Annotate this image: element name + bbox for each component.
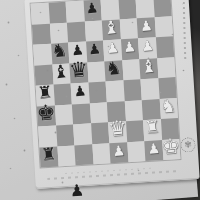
- square-r4c3[interactable]: [88, 81, 107, 103]
- square-r0c7[interactable]: [153, 0, 172, 17]
- black-king[interactable]: ♚: [36, 102, 57, 125]
- black-queen[interactable]: ♛: [68, 59, 89, 82]
- square-r6c6[interactable]: ♜: [143, 119, 162, 141]
- square-r0c6[interactable]: [135, 0, 154, 18]
- square-r6c1[interactable]: [56, 124, 75, 146]
- dust-speckles: [0, 0, 1, 1]
- square-r3c3[interactable]: [87, 61, 106, 83]
- square-r5c0[interactable]: ♚: [37, 105, 56, 127]
- white-pawn[interactable]: ♟: [147, 141, 161, 156]
- square-r2c3[interactable]: ♟: [86, 40, 105, 62]
- board-grid: ♟♝♟♞♟♟♟♟♟♝♛♞♝♜♟♚♞♛♜♜♟♟♚: [31, 0, 181, 168]
- white-bishop[interactable]: ♝: [102, 18, 120, 37]
- square-r1c4[interactable]: ♝: [102, 19, 121, 41]
- white-pawn[interactable]: ♟: [105, 41, 119, 56]
- square-r7c2[interactable]: [74, 144, 93, 166]
- square-r5c2[interactable]: [72, 103, 91, 125]
- square-r3c5[interactable]: [122, 59, 141, 81]
- white-pawn[interactable]: ♟: [140, 39, 154, 54]
- square-r3c1[interactable]: ♝: [52, 63, 71, 85]
- square-r3c2[interactable]: ♛: [69, 62, 88, 84]
- square-r0c0[interactable]: [31, 3, 50, 25]
- white-bishop[interactable]: ♝: [140, 56, 158, 75]
- square-r7c7[interactable]: ♚: [162, 138, 181, 160]
- black-rook[interactable]: ♜: [40, 145, 57, 163]
- black-bishop[interactable]: ♝: [52, 62, 70, 81]
- square-r4c2[interactable]: ♟: [71, 82, 90, 104]
- square-r5c5[interactable]: [124, 100, 143, 122]
- square-r2c5[interactable]: ♟: [120, 38, 139, 60]
- black-pawn[interactable]: ♟: [88, 42, 102, 57]
- square-r4c1[interactable]: [53, 84, 72, 106]
- black-pawn[interactable]: ♟: [85, 1, 99, 16]
- square-r7c1[interactable]: [57, 145, 76, 167]
- square-r1c3[interactable]: [84, 20, 103, 42]
- square-r7c0[interactable]: ♜: [39, 146, 58, 168]
- black-pawn[interactable]: ♟: [73, 84, 87, 99]
- white-pawn[interactable]: ♟: [112, 143, 126, 158]
- square-r0c3[interactable]: ♟: [83, 0, 102, 21]
- square-r2c0[interactable]: [33, 44, 52, 66]
- photo-layer: ♟♝♟♞♟♟♟♟♟♝♛♞♝♜♟♚♞♛♜♜♟♟♚ ✾ ♟: [0, 0, 200, 200]
- square-r0c1[interactable]: [48, 2, 67, 24]
- black-pawn[interactable]: ♟: [70, 43, 84, 58]
- square-r1c5[interactable]: [119, 18, 138, 40]
- square-r3c4[interactable]: ♞: [104, 60, 123, 82]
- white-pawn[interactable]: ♟: [123, 40, 137, 55]
- square-r7c4[interactable]: ♟: [109, 142, 128, 164]
- square-r6c3[interactable]: [91, 122, 110, 144]
- margin-print-marks-right: [183, 0, 187, 59]
- square-r6c4[interactable]: ♛: [108, 121, 127, 143]
- square-r1c2[interactable]: [67, 21, 86, 43]
- black-knight[interactable]: ♞: [105, 59, 123, 78]
- chess-board: ♟♝♟♞♟♟♟♟♟♝♛♞♝♜♟♚♞♛♜♜♟♟♚ ✾: [24, 0, 199, 189]
- square-r6c5[interactable]: [125, 120, 144, 142]
- square-r1c6[interactable]: ♟: [137, 17, 156, 39]
- white-queen[interactable]: ♛: [107, 118, 128, 141]
- white-knight[interactable]: ♞: [160, 96, 178, 115]
- white-rook[interactable]: ♜: [144, 118, 161, 136]
- square-r5c1[interactable]: [54, 104, 73, 126]
- square-r4c6[interactable]: [140, 78, 159, 100]
- margin-print-marks-bottom: [47, 170, 179, 180]
- square-r4c4[interactable]: [106, 80, 125, 102]
- square-r6c2[interactable]: [73, 123, 92, 145]
- square-r5c7[interactable]: ♞: [159, 98, 178, 120]
- square-r0c5[interactable]: [118, 0, 137, 19]
- square-r1c7[interactable]: [154, 16, 173, 38]
- square-r3c7[interactable]: [157, 57, 176, 79]
- white-pawn[interactable]: ♟: [139, 18, 153, 33]
- square-r5c3[interactable]: [89, 102, 108, 124]
- square-r4c5[interactable]: [123, 79, 142, 101]
- white-king[interactable]: ♚: [161, 135, 182, 158]
- square-r7c3[interactable]: [92, 143, 111, 165]
- square-r2c7[interactable]: [155, 36, 174, 58]
- captured-black-pawn[interactable]: ♟: [69, 183, 84, 200]
- square-r3c6[interactable]: ♝: [139, 58, 158, 80]
- rosette-stamp-icon: ✾: [180, 137, 196, 153]
- photo-of-chessboard: ♟♝♟♞♟♟♟♟♟♝♛♞♝♜♟♚♞♛♜♜♟♟♚ ✾ ♟: [0, 0, 200, 200]
- square-r0c2[interactable]: [66, 1, 85, 23]
- black-knight[interactable]: ♞: [51, 41, 69, 60]
- square-r7c5[interactable]: [127, 141, 146, 163]
- square-r1c0[interactable]: [32, 23, 51, 45]
